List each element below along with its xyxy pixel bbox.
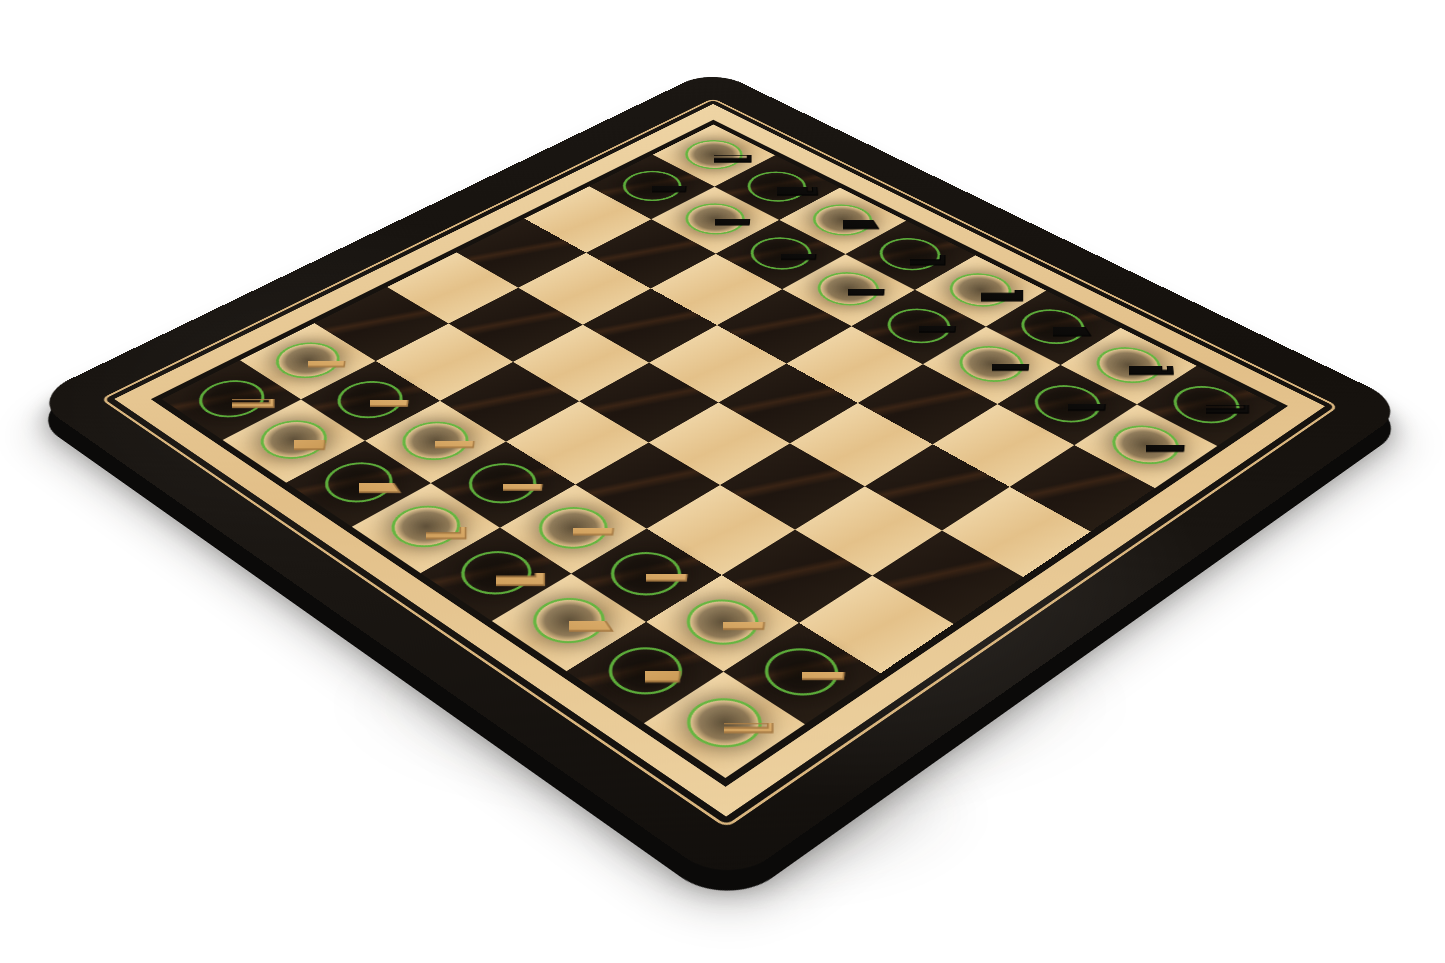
scene: ♜♞♝♛♚♝♞♜♟♟♟♟♟♟♟♟♟♟♟♟♟♟♟♟♜♞♝♛♚♝♞♜	[0, 0, 1445, 963]
photo-stage: ♜♞♝♛♚♝♞♜♟♟♟♟♟♟♟♟♟♟♟♟♟♟♟♟♜♞♝♛♚♝♞♜	[0, 0, 1445, 963]
chess-board: ♜♞♝♛♚♝♞♜♟♟♟♟♟♟♟♟♟♟♟♟♟♟♟♟♜♞♝♛♚♝♞♜	[30, 68, 1409, 886]
board-surface: ♜♞♝♛♚♝♞♜♟♟♟♟♟♟♟♟♟♟♟♟♟♟♟♟♜♞♝♛♚♝♞♜	[30, 68, 1409, 886]
playing-field: ♜♞♝♛♚♝♞♜♟♟♟♟♟♟♟♟♟♟♟♟♟♟♟♟♜♞♝♛♚♝♞♜	[162, 124, 1277, 777]
